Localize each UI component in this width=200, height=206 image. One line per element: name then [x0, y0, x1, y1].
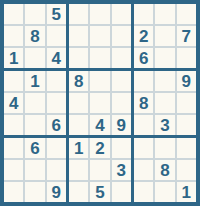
- cell-r5c8[interactable]: [155, 93, 174, 113]
- cell-r6c8[interactable]: 3: [155, 115, 174, 135]
- cell-r1c4[interactable]: [69, 4, 88, 24]
- cell-r2c4[interactable]: [69, 26, 88, 46]
- cell-r5c1[interactable]: 4: [4, 93, 23, 113]
- cell-r5c3[interactable]: [47, 93, 66, 113]
- cell-r8c3[interactable]: [47, 160, 66, 180]
- cell-r5c5[interactable]: [90, 93, 109, 113]
- block-3-1: 69: [4, 138, 66, 202]
- cell-r8c7[interactable]: [134, 160, 153, 180]
- cell-r9c9[interactable]: 1: [177, 182, 196, 202]
- cell-r4c5[interactable]: [90, 71, 109, 91]
- cell-r6c3[interactable]: 6: [47, 115, 66, 135]
- cell-r1c1[interactable]: [4, 4, 23, 24]
- cell-r9c4[interactable]: [69, 182, 88, 202]
- cell-r4c4[interactable]: 8: [69, 71, 88, 91]
- cell-r8c1[interactable]: [4, 160, 23, 180]
- cell-r6c1[interactable]: [4, 115, 23, 135]
- cell-r7c3[interactable]: [47, 138, 66, 158]
- cell-r2c5[interactable]: [90, 26, 109, 46]
- cell-r1c5[interactable]: [90, 4, 109, 24]
- cell-r7c9[interactable]: [177, 138, 196, 158]
- cell-r4c6[interactable]: [112, 71, 131, 91]
- cell-r6c5[interactable]: 4: [90, 115, 109, 135]
- cell-r3c9[interactable]: [177, 48, 196, 68]
- cell-r5c7[interactable]: 8: [134, 93, 153, 113]
- cell-r8c4[interactable]: [69, 160, 88, 180]
- cell-r4c8[interactable]: [155, 71, 174, 91]
- cell-r2c9[interactable]: 7: [177, 26, 196, 46]
- cell-r6c9[interactable]: [177, 115, 196, 135]
- cell-r7c7[interactable]: [134, 138, 153, 158]
- cell-r9c5[interactable]: 5: [90, 182, 109, 202]
- cell-r9c1[interactable]: [4, 182, 23, 202]
- cell-r3c6[interactable]: [112, 48, 131, 68]
- cell-r3c8[interactable]: [155, 48, 174, 68]
- cell-r2c1[interactable]: [4, 26, 23, 46]
- cell-r3c1[interactable]: 1: [4, 48, 23, 68]
- cell-r3c4[interactable]: [69, 48, 88, 68]
- cell-r3c7[interactable]: 6: [134, 48, 153, 68]
- cell-r7c6[interactable]: [112, 138, 131, 158]
- cell-r8c5[interactable]: [90, 160, 109, 180]
- cell-r9c7[interactable]: [134, 182, 153, 202]
- cell-r4c9[interactable]: 9: [177, 71, 196, 91]
- cell-r2c3[interactable]: [47, 26, 66, 46]
- cell-r1c6[interactable]: [112, 4, 131, 24]
- cell-r4c1[interactable]: [4, 71, 23, 91]
- cell-r5c9[interactable]: [177, 93, 196, 113]
- cell-r9c6[interactable]: [112, 182, 131, 202]
- cell-r7c5[interactable]: 2: [90, 138, 109, 158]
- block-1-1: 5814: [4, 4, 66, 68]
- cell-r1c7[interactable]: [134, 4, 153, 24]
- cell-r6c2[interactable]: [25, 115, 44, 135]
- cell-r8c6[interactable]: 3: [112, 160, 131, 180]
- cell-r7c8[interactable]: [155, 138, 174, 158]
- cell-r1c8[interactable]: [155, 4, 174, 24]
- block-2-1: 146: [4, 71, 66, 135]
- cell-r1c2[interactable]: [25, 4, 44, 24]
- cell-r4c3[interactable]: [47, 71, 66, 91]
- cell-r7c1[interactable]: [4, 138, 23, 158]
- block-3-2: 1235: [69, 138, 131, 202]
- cell-r5c6[interactable]: [112, 93, 131, 113]
- cell-r6c6[interactable]: 9: [112, 115, 131, 135]
- cell-r6c7[interactable]: [134, 115, 153, 135]
- cell-r8c9[interactable]: [177, 160, 196, 180]
- cell-r1c9[interactable]: [177, 4, 196, 24]
- cell-r6c4[interactable]: [69, 115, 88, 135]
- cell-r2c8[interactable]: [155, 26, 174, 46]
- cell-r9c2[interactable]: [25, 182, 44, 202]
- cell-r8c2[interactable]: [25, 160, 44, 180]
- cell-r5c2[interactable]: [25, 93, 44, 113]
- cell-r2c6[interactable]: [112, 26, 131, 46]
- cell-r2c2[interactable]: 8: [25, 26, 44, 46]
- block-2-2: 849: [69, 71, 131, 135]
- block-1-3: 276: [134, 4, 196, 68]
- cell-r9c3[interactable]: 9: [47, 182, 66, 202]
- cell-r3c3[interactable]: 4: [47, 48, 66, 68]
- cell-r3c5[interactable]: [90, 48, 109, 68]
- sudoku-board: 581427614684998369123581: [0, 0, 200, 206]
- cell-r7c2[interactable]: 6: [25, 138, 44, 158]
- cell-r4c7[interactable]: [134, 71, 153, 91]
- cell-r7c4[interactable]: 1: [69, 138, 88, 158]
- cell-r3c2[interactable]: [25, 48, 44, 68]
- block-3-3: 81: [134, 138, 196, 202]
- block-1-2: [69, 4, 131, 68]
- cell-r8c8[interactable]: 8: [155, 160, 174, 180]
- cell-r9c8[interactable]: [155, 182, 174, 202]
- cell-r5c4[interactable]: [69, 93, 88, 113]
- block-2-3: 983: [134, 71, 196, 135]
- cell-r1c3[interactable]: 5: [47, 4, 66, 24]
- cell-r2c7[interactable]: 2: [134, 26, 153, 46]
- cell-r4c2[interactable]: 1: [25, 71, 44, 91]
